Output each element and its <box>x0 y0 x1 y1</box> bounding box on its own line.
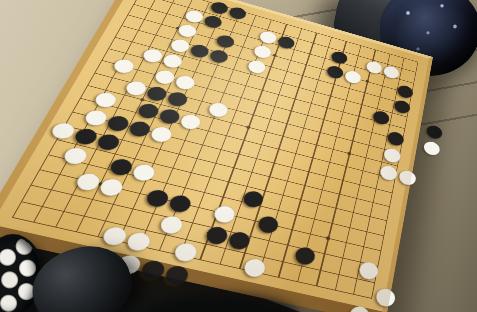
go-game-photo: ●●●●●●●●●●●●●●●●●●●●●●●●●●●●●●●●●●●●●●●●… <box>0 0 477 312</box>
board-cell[interactable] <box>395 287 420 312</box>
